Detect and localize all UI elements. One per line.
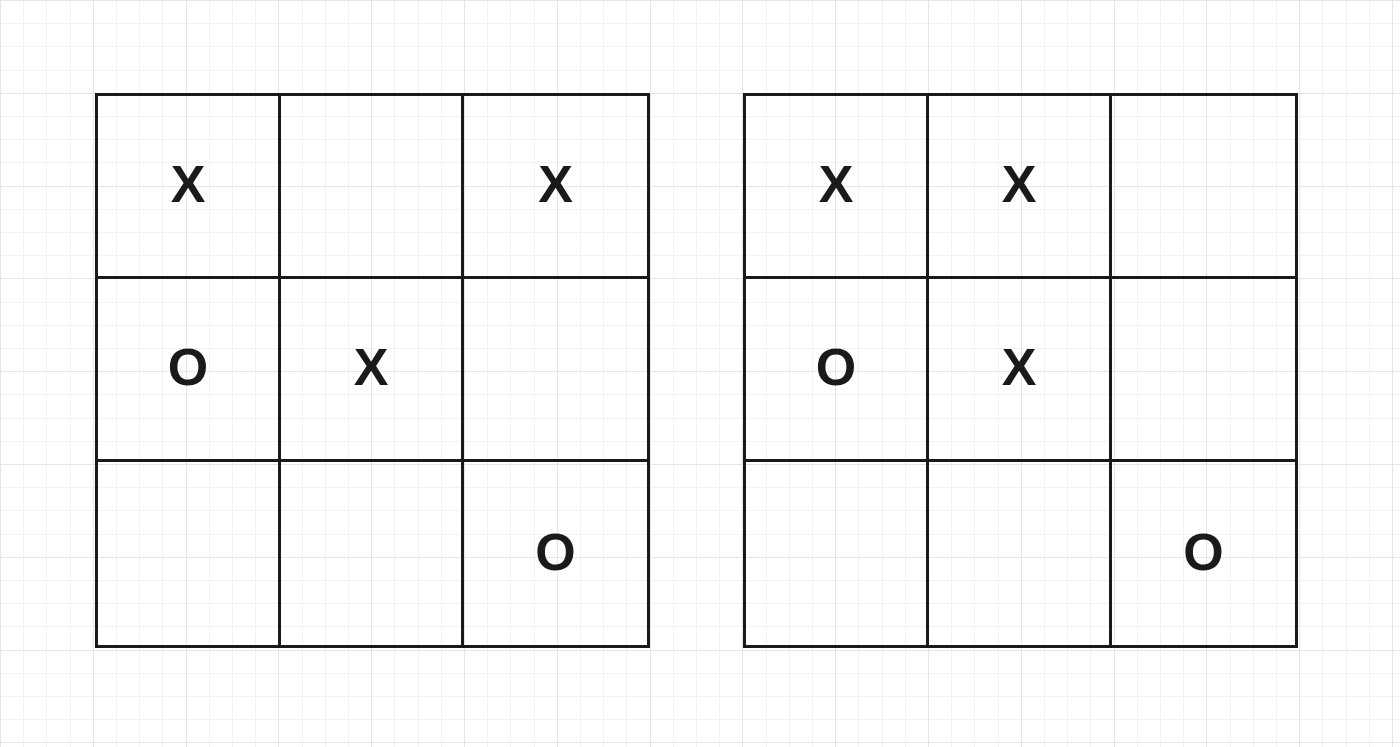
board-right-cell-r2c1[interactable]: O xyxy=(746,279,929,462)
mark-x: X xyxy=(171,158,206,210)
tictactoe-board-left[interactable]: X X O X O xyxy=(95,93,650,648)
board-left-cell-r1c1[interactable]: X xyxy=(98,96,281,279)
mark-x: X xyxy=(538,158,573,210)
board-right-cell-r3c2[interactable] xyxy=(929,462,1112,645)
board-left-cell-r1c3[interactable]: X xyxy=(464,96,647,279)
board-left-cell-r3c3[interactable]: O xyxy=(464,462,647,645)
mark-x: X xyxy=(1002,158,1037,210)
board-right-cell-r2c3[interactable] xyxy=(1112,279,1295,462)
mark-o: O xyxy=(168,341,208,393)
tictactoe-board-right[interactable]: X X O X O xyxy=(743,93,1298,648)
board-right-cell-r1c2[interactable]: X xyxy=(929,96,1112,279)
board-right-cell-r2c2[interactable]: X xyxy=(929,279,1112,462)
board-left-cell-r2c1[interactable]: O xyxy=(98,279,281,462)
board-left-cell-r1c2[interactable] xyxy=(281,96,464,279)
board-right-cell-r3c3[interactable]: O xyxy=(1112,462,1295,645)
board-left-cell-r2c2[interactable]: X xyxy=(281,279,464,462)
board-left-cell-r3c2[interactable] xyxy=(281,462,464,645)
mark-o: O xyxy=(816,341,856,393)
board-right-cell-r3c1[interactable] xyxy=(746,462,929,645)
mark-o: O xyxy=(1183,526,1223,578)
mark-o: O xyxy=(535,526,575,578)
board-left-cell-r3c1[interactable] xyxy=(98,462,281,645)
whiteboard-canvas[interactable]: X X O X O X X O X O xyxy=(0,0,1400,747)
mark-x: X xyxy=(354,341,389,393)
board-right-cell-r1c1[interactable]: X xyxy=(746,96,929,279)
mark-x: X xyxy=(819,158,854,210)
board-right-cell-r1c3[interactable] xyxy=(1112,96,1295,279)
mark-x: X xyxy=(1002,341,1037,393)
board-left-cell-r2c3[interactable] xyxy=(464,279,647,462)
